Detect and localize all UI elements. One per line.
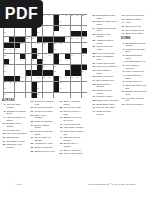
grid-cell	[76, 93, 81, 98]
clue-item: 57.Gem found in an oyster	[92, 45, 118, 50]
clue-item: 42.Showpiece solo at the opera	[59, 116, 84, 121]
clue-item: 36.Sharp bend in a river	[30, 150, 55, 153]
clue-text: Mild old-time oath	[63, 106, 84, 109]
clue-number: 25.	[30, 120, 34, 123]
block-cell	[37, 37, 42, 42]
cell-number: 20	[4, 31, 6, 33]
grid-cell: 73	[37, 93, 42, 98]
block-cell	[48, 48, 53, 53]
clue-text: Cheer heard in a stadium	[34, 136, 55, 141]
clue-item: 71.Patch of boggy ground	[92, 110, 118, 115]
cell-number: 64	[4, 81, 6, 83]
clue-text: Dropped in the mailbox	[96, 33, 118, 38]
grid-cell	[59, 48, 64, 53]
clue-item: 20.Sly sidelong glance	[30, 106, 55, 109]
clue-text: Silent night-sky hunter	[96, 69, 118, 74]
clue-number: 9.	[121, 84, 125, 89]
cell-number: 52	[4, 70, 6, 72]
clue-text: Patch of boggy ground	[96, 110, 118, 115]
cell-number: 67	[37, 81, 39, 83]
cell-number: 12	[76, 14, 78, 16]
grid-cell	[48, 93, 53, 98]
clue-text: Gem found in an oyster	[96, 45, 118, 50]
grid-cell: 58	[43, 76, 48, 81]
cell-number: 26	[76, 37, 78, 39]
block-cell	[32, 31, 37, 36]
grid-cell	[43, 31, 48, 36]
block-cell	[32, 87, 37, 92]
cell-number: 11	[71, 14, 73, 16]
clue-number: 31.	[30, 136, 34, 141]
clue-number: 2.	[121, 48, 125, 53]
grid-cell	[65, 26, 70, 31]
grid-cell	[82, 26, 87, 31]
cell-number: 56	[26, 76, 28, 78]
grid-cell: 36	[37, 48, 42, 53]
clue-text: Forearm bone	[6, 129, 27, 132]
clue-text: Cut back to the bare bone	[125, 48, 147, 53]
grid-cell: 29	[37, 43, 42, 48]
grid-cell	[59, 65, 64, 70]
grid-cell: 30	[43, 43, 48, 48]
block-cell	[15, 37, 20, 42]
cell-number: 66	[15, 81, 17, 83]
clue-text: Pale and sickly looking	[6, 103, 27, 108]
clue-item: 43.Mend a torn sock	[59, 123, 84, 126]
clue-text: Bit of burning coal	[96, 79, 118, 82]
clue-item: 74.If not	[121, 21, 147, 24]
clue-number: 64.	[92, 79, 96, 82]
cell-number: 61	[65, 76, 67, 78]
clue-number: 55.	[92, 33, 96, 38]
grid-cell: 62	[71, 76, 76, 81]
clue-text: Ship's team of workers	[96, 83, 118, 88]
block-cell	[48, 37, 53, 42]
grid-cell: 35	[15, 48, 20, 53]
clue-number: 60.	[92, 62, 96, 65]
clue-number: 67.	[92, 95, 96, 98]
grid-cell	[20, 70, 25, 75]
cell-number: 22	[26, 37, 28, 39]
clue-item: 59.Omen of things to come	[92, 55, 118, 60]
clue-text: Mend a torn sock	[63, 123, 84, 126]
cell-number: 35	[15, 48, 17, 50]
grid-cell: 34	[9, 48, 14, 53]
grid-cell: 65	[9, 82, 14, 87]
block-cell	[82, 65, 87, 70]
grid-cell	[65, 65, 70, 70]
grid-cell: 45	[32, 59, 37, 64]
clue-number: 15.	[2, 132, 6, 135]
clue-number: 48.	[59, 142, 63, 147]
clue-text: Den for a pride of lions	[63, 110, 84, 115]
footer-date: © 1997	[14, 183, 22, 186]
clue-text: Take an easy stride	[96, 106, 118, 109]
block-cell	[54, 37, 59, 42]
grid-cell	[26, 54, 31, 59]
clue-item: 76.Set of garden tools	[121, 29, 147, 32]
clue-item: 9.Small lake high in the hills	[121, 84, 147, 89]
grid-cell: 42	[82, 54, 87, 59]
clue-text: Long stretches of history	[125, 74, 147, 79]
cell-number: 28	[21, 42, 23, 44]
clue-item: 14.Forearm bone	[2, 129, 27, 132]
cell-number: 16	[60, 20, 62, 22]
clue-number: 1.	[121, 42, 125, 47]
grid-cell	[20, 87, 25, 92]
clue-text: Language of old Ireland	[6, 143, 27, 148]
grid-cell: 39	[37, 54, 42, 59]
grid-cell: 37	[54, 48, 59, 53]
clue-column-3: 37.Share a common border38.Mild old-time…	[59, 100, 84, 156]
clue-item: 37.Share a common border	[59, 100, 84, 105]
grid-cell	[15, 59, 20, 64]
cell-number: 72	[4, 93, 6, 95]
clue-item: 35.Smaller in amount	[30, 146, 55, 149]
grid-cell	[59, 93, 64, 98]
clue-number: 66.	[92, 89, 96, 94]
cell-number: 45	[32, 59, 34, 61]
grid-cell: 53	[54, 70, 59, 75]
cell-number: 31	[54, 42, 56, 44]
clue-item: 77.Sticky pine output	[121, 32, 147, 35]
clue-number: 6.	[121, 70, 125, 73]
grid-cell: 60	[59, 76, 64, 81]
grid-cell: 66	[15, 82, 20, 87]
clue-text: Fine spray from the sea	[125, 97, 147, 102]
block-cell	[54, 76, 59, 81]
block-cell	[32, 70, 37, 75]
cell-number: 23	[32, 37, 34, 39]
grid-cell	[43, 87, 48, 92]
clue-text: Light idle chatter	[125, 18, 147, 21]
grid-cell: 40	[48, 54, 53, 59]
clue-number: 73.	[121, 18, 125, 21]
grid-cell: 13	[82, 15, 87, 20]
clue-number: 61.	[92, 65, 96, 68]
grid-cell: 46	[43, 59, 48, 64]
grid-cell: 23	[32, 37, 37, 42]
grid-cell	[65, 43, 70, 48]
clue-text: Known earlier as	[125, 80, 147, 83]
grid-cell	[65, 87, 70, 92]
clue-text: Frozen rain pellets	[96, 62, 118, 65]
clue-item: 5.Chamber for baking bread	[2, 110, 27, 115]
grid-cell	[15, 54, 20, 59]
grid-cell	[43, 82, 48, 87]
clue-number: 10.	[121, 90, 125, 95]
clue-number: 9.	[2, 116, 6, 121]
clue-text: Long-legged wading bird	[63, 130, 84, 135]
grid-cell	[15, 93, 20, 98]
block-cell	[71, 70, 76, 75]
grid-cell: 50	[43, 65, 48, 70]
grid-cell	[48, 82, 53, 87]
grid-cell	[82, 82, 87, 87]
clue-text: Plot a fresh course	[96, 52, 118, 55]
cell-number: 29	[37, 42, 39, 44]
grid-cell	[9, 31, 14, 36]
across-header: ACROSS	[2, 99, 27, 102]
clue-text: Smaller in amount	[34, 146, 55, 149]
grid-cell: 48	[65, 59, 70, 64]
clue-item: 75.Bills kept in a till	[121, 25, 147, 28]
grid-cell	[20, 93, 25, 98]
block-cell	[4, 59, 9, 64]
clue-item: 62.Silent night-sky hunter	[92, 69, 118, 74]
grid-cell	[82, 20, 87, 25]
grid-cell: 24	[65, 37, 70, 42]
block-cell	[54, 20, 59, 25]
grid-cell: 64	[4, 82, 9, 87]
grid-cell: 44	[20, 59, 25, 64]
clue-text: Minor spat or quarrel	[63, 126, 84, 129]
clue-item: 63.Stack of firewood	[92, 75, 118, 78]
clue-number: 19.	[30, 100, 34, 105]
clue-number: 51.	[92, 14, 96, 19]
block-cell	[54, 59, 59, 64]
clue-item: 31.Cheer heard in a stadium	[30, 136, 55, 141]
clue-text: Hummed without words	[96, 39, 118, 44]
cell-number: 43	[9, 59, 11, 61]
cell-number: 39	[37, 54, 39, 56]
pdf-badge[interactable]: PDF	[0, 0, 43, 28]
grid-cell	[71, 26, 76, 31]
grid-cell	[26, 48, 31, 53]
grid-cell: 7	[43, 15, 48, 20]
clue-number: 18.	[2, 143, 6, 148]
clue-item: 66.Sudden burst of energy	[92, 89, 118, 94]
grid-cell	[54, 31, 59, 36]
grid-cell	[59, 70, 64, 75]
grid-cell	[48, 20, 53, 25]
cell-number: 44	[21, 59, 23, 61]
grid-cell	[54, 93, 59, 98]
block-cell	[9, 76, 14, 81]
clue-number: 27.	[30, 124, 34, 129]
block-cell	[82, 31, 87, 36]
clue-item: 70.Take an easy stride	[92, 106, 118, 109]
clue-number: 13.	[2, 122, 6, 127]
grid-cell	[71, 20, 76, 25]
grid-cell	[20, 65, 25, 70]
cell-number: 33	[4, 48, 6, 50]
grid-cell: 43	[9, 59, 14, 64]
grid-cell: 57	[37, 76, 42, 81]
clue-number: 54.	[92, 27, 96, 32]
grid-cell	[71, 87, 76, 92]
grid-cell: 70	[37, 87, 42, 92]
block-cell	[4, 43, 9, 48]
grid-cell	[59, 54, 64, 59]
clue-column-2: 19.Comes to a gradual close20.Sly sidelo…	[30, 100, 55, 154]
cell-number: 9	[60, 14, 61, 16]
grid-cell: 47	[59, 59, 64, 64]
clue-number: 45.	[59, 126, 63, 129]
clue-text: Steamy natural spring	[34, 124, 55, 129]
grid-cell: 27	[82, 37, 87, 42]
clue-item: 65.Ship's team of workers	[92, 83, 118, 88]
grid-cell	[82, 43, 87, 48]
clue-text: Stack of firewood	[96, 75, 118, 78]
block-cell	[32, 93, 37, 98]
pdf-badge-label: PDF	[5, 5, 39, 23]
block-cell	[54, 82, 59, 87]
grid-cell: 8	[48, 15, 53, 20]
cell-number: 51	[54, 65, 56, 67]
footer-attribution: Printed with Black Ink™ by The Puzzle Sy…	[88, 183, 144, 185]
cell-number: 53	[54, 70, 56, 72]
grid-cell	[71, 43, 76, 48]
grid-cell	[82, 76, 87, 81]
clue-number: 20.	[30, 106, 34, 109]
clue-item: 9.Make amends for a wrong	[2, 116, 27, 121]
cell-number: 71	[60, 87, 62, 89]
grid-cell: 72	[4, 93, 9, 98]
clue-text: Soothing lotion additive	[6, 122, 27, 127]
grid-cell	[43, 48, 48, 53]
grid-cell	[65, 20, 70, 25]
clue-text: Set of garden tools	[125, 29, 147, 32]
clue-number: 8.	[121, 80, 125, 83]
grid-cell	[59, 31, 64, 36]
clue-text: Nod that signals yes	[125, 60, 147, 63]
grid-cell	[82, 93, 87, 98]
block-cell	[15, 43, 20, 48]
clue-number: 43.	[59, 123, 63, 126]
clue-item: 58.Plot a fresh course	[92, 52, 118, 55]
clue-text: Needless fuss and bother	[34, 130, 55, 135]
clue-item: 11.Fine spray from the sea	[121, 97, 147, 102]
grid-cell: 31	[54, 43, 59, 48]
cell-number: 19	[60, 26, 62, 28]
block-cell	[32, 54, 37, 59]
clue-text: Sticky pine output	[125, 32, 147, 35]
cell-number: 38	[4, 54, 6, 56]
grid-cell	[76, 48, 81, 53]
block-cell	[54, 26, 59, 31]
cell-number: 69	[4, 87, 6, 89]
cell-number: 68	[60, 81, 62, 83]
block-cell	[48, 70, 53, 75]
clue-item: 72.Pod used in gumbo	[121, 14, 147, 17]
grid-cell	[76, 20, 81, 25]
clue-item: 54.Capital near the Nile delta	[92, 27, 118, 32]
clue-number: 5.	[2, 110, 6, 115]
clue-text: Sightseeing trip with a guide	[125, 90, 147, 95]
grid-cell	[9, 93, 14, 98]
cell-number: 65	[9, 81, 11, 83]
block-cell	[9, 43, 14, 48]
block-cell	[9, 37, 14, 42]
grid-cell	[65, 82, 70, 87]
grid-cell: 21	[37, 31, 42, 36]
block-cell	[20, 37, 25, 42]
grid-cell: 20	[4, 31, 9, 36]
clue-text: Showpiece solo at the opera	[63, 116, 84, 121]
grid-cell: 71	[59, 87, 64, 92]
clue-number: 46.	[59, 130, 63, 135]
block-cell	[82, 48, 87, 53]
clue-item: 45.Minor spat or quarrel	[59, 126, 84, 129]
block-cell	[59, 37, 64, 42]
clue-number: 62.	[92, 69, 96, 74]
clue-number: 76.	[121, 29, 125, 32]
grid-cell	[48, 65, 53, 70]
cell-number: 37	[54, 48, 56, 50]
clue-number: 72.	[121, 14, 125, 17]
grid-cell: 49	[4, 65, 9, 70]
grid-cell	[48, 87, 53, 92]
grid-cell: 52	[4, 70, 9, 75]
clue-item: 48.Strong urge or craving	[59, 142, 84, 147]
clue-text: City of the Taj Mahal	[6, 132, 27, 135]
grid-cell	[20, 48, 25, 53]
clue-item: 10.Sightseeing trip with a guide	[121, 90, 147, 95]
grid-cell: 16	[59, 20, 64, 25]
cell-number: 34	[9, 48, 11, 50]
clue-item: 69.Broad happy smile	[92, 103, 118, 106]
cell-number: 48	[65, 59, 67, 61]
grid-cell: 51	[54, 65, 59, 70]
cell-number: 27	[82, 37, 84, 39]
clue-text: Bills kept in a till	[125, 25, 147, 28]
clue-item: 64.Bit of burning coal	[92, 79, 118, 82]
block-cell	[71, 31, 76, 36]
cell-number: 13	[82, 14, 84, 16]
block-cell	[48, 43, 53, 48]
grid-cell	[15, 87, 20, 92]
cell-number: 8	[48, 14, 49, 16]
clue-number: 77.	[121, 32, 125, 35]
block-cell	[71, 65, 76, 70]
cell-number: 10	[65, 14, 67, 16]
clue-item: 6.Firmly opposed (to)	[121, 70, 147, 73]
grid-cell: 38	[4, 54, 9, 59]
grid-cell: 32	[59, 43, 64, 48]
clue-text: Comes to a gradual close	[34, 100, 55, 105]
clue-text: Trail picked up by hounds	[63, 136, 84, 141]
grid-cell: 22	[26, 37, 31, 42]
grid-cell: 25	[71, 37, 76, 42]
grid-cell	[4, 37, 9, 42]
grid-cell	[26, 65, 31, 70]
clue-item: 52.Ballroom dance from Cuba	[92, 20, 118, 25]
clue-item: 67.Polish to a shine	[92, 95, 118, 98]
grid-cell	[20, 31, 25, 36]
clue-item: 38.Mild old-time oath	[59, 106, 84, 109]
grid-cell	[43, 93, 48, 98]
clue-number: 23.	[30, 114, 34, 119]
cell-number: 24	[65, 37, 67, 39]
grid-cell	[43, 54, 48, 59]
grid-cell: 10	[65, 15, 70, 20]
clue-text: Small lake high in the hills	[125, 84, 147, 89]
grid-cell	[76, 82, 81, 87]
clue-number: 65.	[92, 83, 96, 88]
clue-item: 27.Steamy natural spring	[30, 124, 55, 129]
clue-text: Showstopping opera number	[125, 42, 147, 47]
clue-number: 1.	[2, 103, 6, 108]
clue-number: 56.	[92, 39, 96, 44]
clue-number: 7.	[121, 74, 125, 79]
grid-cell: 59	[48, 76, 53, 81]
clue-number: 21.	[30, 110, 34, 113]
clue-number: 38.	[59, 106, 63, 109]
cell-number: 42	[82, 54, 84, 56]
clue-number: 58.	[92, 52, 96, 55]
cell-number: 70	[37, 87, 39, 89]
